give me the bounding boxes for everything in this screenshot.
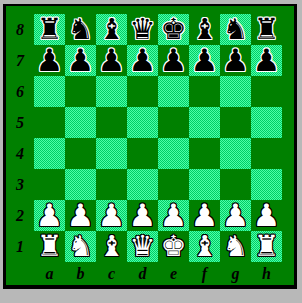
square-g3[interactable] [220,169,251,200]
piece-bP-b7[interactable]: ♟ [67,45,95,76]
square-e6[interactable] [158,76,189,107]
file-label-b: b [65,262,96,285]
square-a3[interactable] [34,169,65,200]
file-label-a: a [34,262,65,285]
square-e8[interactable]: ♚ [158,14,189,45]
piece-wB-c1[interactable]: ♝ [99,231,125,262]
square-g6[interactable] [220,76,251,107]
rank-label-5: 5 [6,107,34,138]
window-frame: 87654321 ♜♞♝♛♚♝♞♜♟♟♟♟♟♟♟♟♟♟♟♟♟♟♟♟♜♞♝♛♚♝♞… [0,0,302,303]
square-b3[interactable] [65,169,96,200]
square-f8[interactable]: ♝ [189,14,220,45]
piece-wP-h2[interactable]: ♟ [253,200,281,231]
file-label-f: f [189,262,220,285]
square-d8[interactable]: ♛ [127,14,158,45]
square-f3[interactable] [189,169,220,200]
square-h2[interactable]: ♟ [251,200,282,231]
square-c8[interactable]: ♝ [96,14,127,45]
piece-bP-c7[interactable]: ♟ [98,45,126,76]
square-a2[interactable]: ♟ [34,200,65,231]
square-h8[interactable]: ♜ [251,14,282,45]
piece-wB-f1[interactable]: ♝ [192,231,218,262]
square-b6[interactable] [65,76,96,107]
rank-label-4: 4 [6,138,34,169]
square-e7[interactable]: ♟ [158,45,189,76]
square-g7[interactable]: ♟ [220,45,251,76]
rank-label-2: 2 [6,200,34,231]
file-labels: abcdefgh [34,262,282,285]
rank-label-7: 7 [6,45,34,76]
square-h5[interactable] [251,107,282,138]
square-d7[interactable]: ♟ [127,45,158,76]
piece-wN-b1[interactable]: ♞ [68,231,94,262]
piece-wP-e2[interactable]: ♟ [160,200,188,231]
piece-bN-g8[interactable]: ♞ [223,14,249,45]
rank-labels: 87654321 [6,14,34,262]
file-label-c: c [96,262,127,285]
piece-wP-c2[interactable]: ♟ [98,200,126,231]
rank-label-8: 8 [6,14,34,45]
square-g1[interactable]: ♞ [220,231,251,262]
square-c4[interactable] [96,138,127,169]
piece-bP-g7[interactable]: ♟ [222,45,250,76]
piece-bB-f8[interactable]: ♝ [192,14,218,45]
piece-bR-h8[interactable]: ♜ [254,14,280,45]
square-d1[interactable]: ♛ [127,231,158,262]
square-f2[interactable]: ♟ [189,200,220,231]
square-g2[interactable]: ♟ [220,200,251,231]
square-b8[interactable]: ♞ [65,14,96,45]
piece-bP-h7[interactable]: ♟ [253,45,281,76]
square-c3[interactable] [96,169,127,200]
rank-label-1: 1 [6,231,34,262]
piece-bK-e8[interactable]: ♚ [161,14,187,45]
board[interactable]: ♜♞♝♛♚♝♞♜♟♟♟♟♟♟♟♟♟♟♟♟♟♟♟♟♜♞♝♛♚♝♞♜ [34,14,282,262]
square-c5[interactable] [96,107,127,138]
square-c6[interactable] [96,76,127,107]
piece-bP-a7[interactable]: ♟ [36,45,64,76]
rank-label-6: 6 [6,76,34,107]
square-f4[interactable] [189,138,220,169]
square-b7[interactable]: ♟ [65,45,96,76]
piece-wQ-d1[interactable]: ♛ [130,231,156,262]
piece-wK-e1[interactable]: ♚ [161,231,187,262]
square-h7[interactable]: ♟ [251,45,282,76]
piece-bP-d7[interactable]: ♟ [129,45,157,76]
piece-wP-f2[interactable]: ♟ [191,200,219,231]
square-g4[interactable] [220,138,251,169]
square-a8[interactable]: ♜ [34,14,65,45]
square-a5[interactable] [34,107,65,138]
square-d2[interactable]: ♟ [127,200,158,231]
square-a7[interactable]: ♟ [34,45,65,76]
piece-wR-h1[interactable]: ♜ [254,231,280,262]
piece-wP-b2[interactable]: ♟ [67,200,95,231]
square-h6[interactable] [251,76,282,107]
square-h1[interactable]: ♜ [251,231,282,262]
square-e4[interactable] [158,138,189,169]
file-label-e: e [158,262,189,285]
rank-label-3: 3 [6,169,34,200]
file-label-d: d [127,262,158,285]
square-e2[interactable]: ♟ [158,200,189,231]
square-b5[interactable] [65,107,96,138]
square-e1[interactable]: ♚ [158,231,189,262]
square-h3[interactable] [251,169,282,200]
square-b1[interactable]: ♞ [65,231,96,262]
piece-wP-a2[interactable]: ♟ [36,200,64,231]
file-label-h: h [251,262,282,285]
file-label-g: g [220,262,251,285]
piece-bP-f7[interactable]: ♟ [191,45,219,76]
square-d5[interactable] [127,107,158,138]
square-f1[interactable]: ♝ [189,231,220,262]
square-e5[interactable] [158,107,189,138]
square-e3[interactable] [158,169,189,200]
square-a4[interactable] [34,138,65,169]
piece-wP-d2[interactable]: ♟ [129,200,157,231]
piece-bB-c8[interactable]: ♝ [99,14,125,45]
square-f6[interactable] [189,76,220,107]
square-c2[interactable]: ♟ [96,200,127,231]
square-g8[interactable]: ♞ [220,14,251,45]
square-f5[interactable] [189,107,220,138]
square-d6[interactable] [127,76,158,107]
square-c7[interactable]: ♟ [96,45,127,76]
piece-bN-b8[interactable]: ♞ [68,14,94,45]
piece-wP-g2[interactable]: ♟ [222,200,250,231]
square-h4[interactable] [251,138,282,169]
square-b2[interactable]: ♟ [65,200,96,231]
piece-wR-a1[interactable]: ♜ [37,231,63,262]
piece-wN-g1[interactable]: ♞ [223,231,249,262]
square-d3[interactable] [127,169,158,200]
square-g5[interactable] [220,107,251,138]
square-a1[interactable]: ♜ [34,231,65,262]
piece-bP-e7[interactable]: ♟ [160,45,188,76]
square-f7[interactable]: ♟ [189,45,220,76]
square-d4[interactable] [127,138,158,169]
square-a6[interactable] [34,76,65,107]
board-panel: 87654321 ♜♞♝♛♚♝♞♜♟♟♟♟♟♟♟♟♟♟♟♟♟♟♟♟♜♞♝♛♚♝♞… [3,4,297,289]
square-b4[interactable] [65,138,96,169]
piece-bQ-d8[interactable]: ♛ [130,14,156,45]
square-c1[interactable]: ♝ [96,231,127,262]
piece-bR-a8[interactable]: ♜ [37,14,63,45]
